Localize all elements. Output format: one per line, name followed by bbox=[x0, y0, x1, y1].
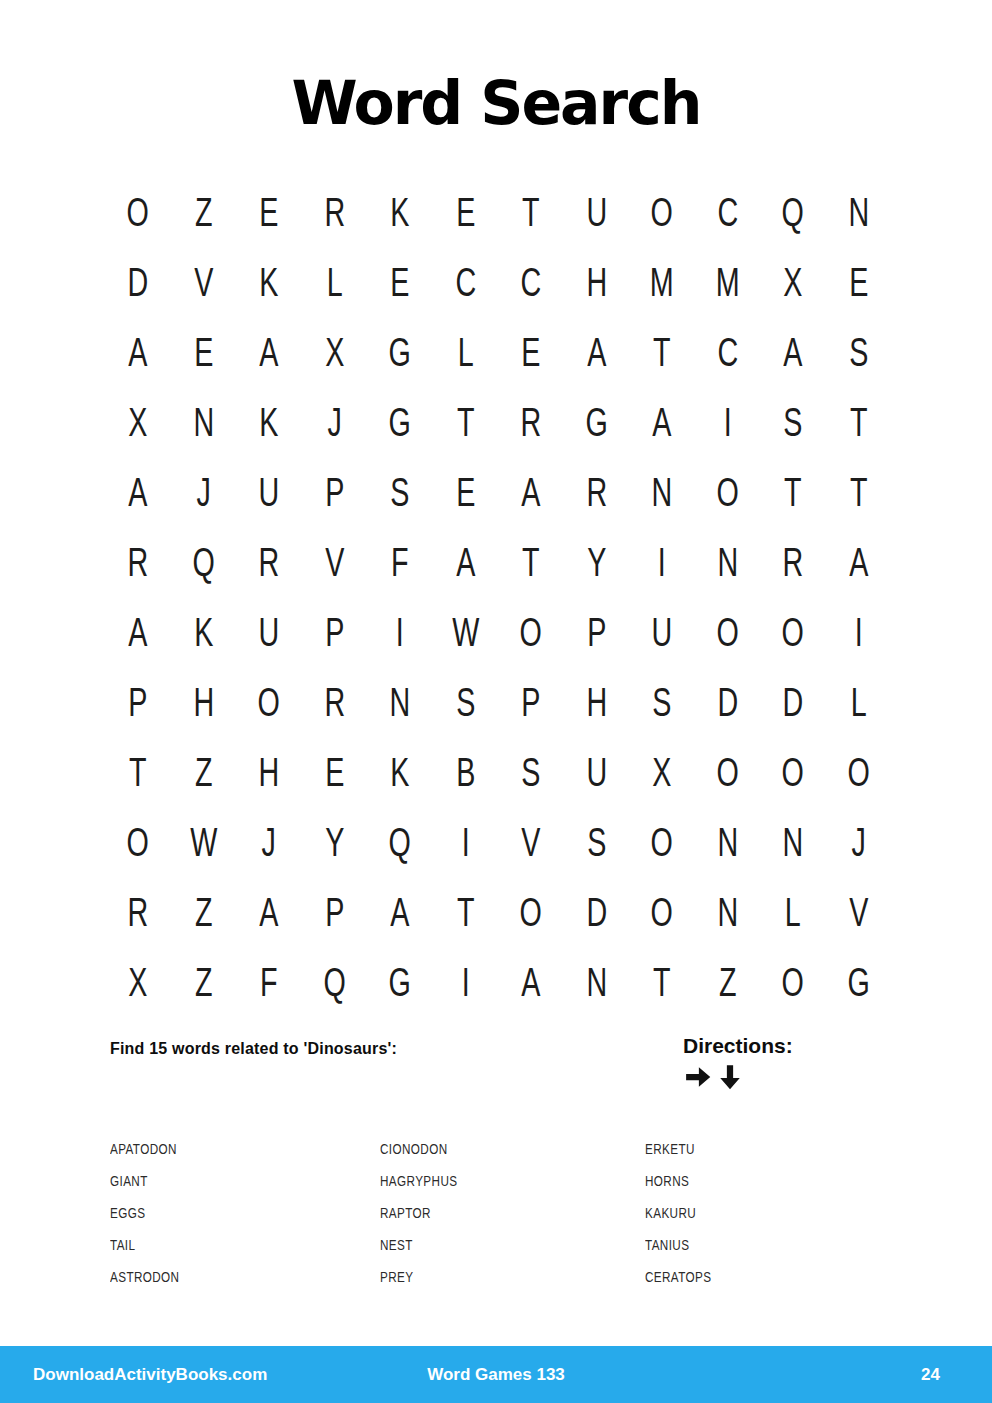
grid-cell[interactable]: T bbox=[115, 737, 161, 807]
right-arrow-icon bbox=[683, 1062, 713, 1092]
grid-cell[interactable]: T bbox=[639, 947, 685, 1017]
grid-cell[interactable]: J bbox=[180, 457, 226, 527]
grid-cell[interactable]: T bbox=[770, 457, 816, 527]
grid-cell[interactable]: E bbox=[508, 317, 554, 387]
grid-cell[interactable]: U bbox=[246, 457, 292, 527]
page-title: Word Search bbox=[0, 68, 992, 138]
grid-cell[interactable]: R bbox=[770, 527, 816, 597]
grid-cell[interactable]: L bbox=[311, 247, 357, 317]
grid-cell[interactable]: T bbox=[835, 457, 881, 527]
grid-cell[interactable]: O bbox=[115, 807, 161, 877]
grid-cell[interactable]: R bbox=[246, 527, 292, 597]
grid-cell[interactable]: P bbox=[115, 667, 161, 737]
word-list-column-2: CIONODON HAGRYPHUS RAPTOR NEST PREY bbox=[380, 1132, 479, 1292]
grid-cell[interactable]: E bbox=[180, 317, 226, 387]
grid-cell[interactable]: X bbox=[115, 947, 161, 1017]
grid-cell[interactable]: N bbox=[835, 177, 881, 247]
grid-cell[interactable]: O bbox=[704, 597, 750, 667]
find-words-instruction: Find 15 words related to 'Dinosaurs': bbox=[110, 1040, 397, 1058]
grid-cell[interactable]: U bbox=[573, 737, 619, 807]
grid-cell[interactable]: E bbox=[835, 247, 881, 317]
grid-cell[interactable]: C bbox=[704, 317, 750, 387]
grid-cell[interactable]: N bbox=[704, 807, 750, 877]
grid-cell[interactable]: A bbox=[835, 527, 881, 597]
down-arrow-icon bbox=[715, 1062, 745, 1092]
word-item: CERATOPS bbox=[645, 1260, 730, 1292]
grid-cell[interactable]: H bbox=[180, 667, 226, 737]
word-item: GIANT bbox=[110, 1164, 199, 1196]
grid-cell[interactable]: T bbox=[835, 387, 881, 457]
grid-cell[interactable]: V bbox=[180, 247, 226, 317]
word-item: ASTRODON bbox=[110, 1260, 199, 1292]
grid-cell[interactable]: V bbox=[835, 877, 881, 947]
grid-cell[interactable]: Q bbox=[770, 177, 816, 247]
grid-cell[interactable]: R bbox=[573, 457, 619, 527]
grid-cell[interactable]: T bbox=[639, 317, 685, 387]
grid-cell[interactable]: F bbox=[377, 527, 423, 597]
grid-cell[interactable]: O bbox=[704, 457, 750, 527]
directions-section: Directions: bbox=[683, 1034, 793, 1092]
grid-cell[interactable]: O bbox=[639, 807, 685, 877]
grid-cell[interactable]: J bbox=[246, 807, 292, 877]
grid-cell[interactable]: Y bbox=[573, 527, 619, 597]
grid-cell[interactable]: X bbox=[639, 737, 685, 807]
word-search-page: Word Search OZERKETUOCQNDVKLECCHMMXEAEAX… bbox=[0, 0, 992, 1403]
grid-cell[interactable]: E bbox=[377, 247, 423, 317]
grid-cell[interactable]: V bbox=[311, 527, 357, 597]
grid-cell[interactable]: U bbox=[573, 177, 619, 247]
grid-cell[interactable]: T bbox=[442, 877, 488, 947]
grid-cell[interactable]: B bbox=[442, 737, 488, 807]
grid-cell[interactable]: J bbox=[311, 387, 357, 457]
grid-cell[interactable]: R bbox=[311, 667, 357, 737]
grid-cell[interactable]: A bbox=[115, 317, 161, 387]
grid-cell[interactable]: E bbox=[246, 177, 292, 247]
grid-cell[interactable]: P bbox=[311, 457, 357, 527]
grid-cell[interactable]: K bbox=[377, 177, 423, 247]
grid-cell[interactable]: A bbox=[573, 317, 619, 387]
grid-cell[interactable]: Z bbox=[180, 947, 226, 1017]
grid-cell[interactable]: D bbox=[573, 877, 619, 947]
grid-cell[interactable]: X bbox=[311, 317, 357, 387]
grid-cell[interactable]: K bbox=[246, 387, 292, 457]
grid-cell[interactable]: M bbox=[704, 247, 750, 317]
grid-cell[interactable]: O bbox=[770, 947, 816, 1017]
grid-cell[interactable]: A bbox=[508, 947, 554, 1017]
grid-cell[interactable]: D bbox=[115, 247, 161, 317]
grid-cell[interactable]: O bbox=[508, 597, 554, 667]
grid-cell[interactable]: N bbox=[639, 457, 685, 527]
grid-cell[interactable]: A bbox=[639, 387, 685, 457]
grid-cell[interactable]: H bbox=[573, 247, 619, 317]
grid-cell[interactable]: I bbox=[835, 597, 881, 667]
grid-cell[interactable]: N bbox=[704, 527, 750, 597]
grid-cell[interactable]: P bbox=[311, 597, 357, 667]
grid-cell[interactable]: L bbox=[442, 317, 488, 387]
grid-cell[interactable]: G bbox=[377, 947, 423, 1017]
grid-cell[interactable]: I bbox=[442, 947, 488, 1017]
grid-cell[interactable]: P bbox=[311, 877, 357, 947]
grid-cell[interactable]: I bbox=[639, 527, 685, 597]
grid-cell[interactable]: U bbox=[246, 597, 292, 667]
word-list-column-3: ERKETU HORNS KAKURU TANIUS CERATOPS bbox=[645, 1132, 730, 1292]
grid-cell[interactable]: A bbox=[508, 457, 554, 527]
word-search-grid: OZERKETUOCQNDVKLECCHMMXEAEAXGLEATCASXNKJ… bbox=[105, 177, 891, 1017]
word-item: CIONODON bbox=[380, 1132, 479, 1164]
grid-cell[interactable]: O bbox=[639, 877, 685, 947]
grid-cell[interactable]: H bbox=[246, 737, 292, 807]
grid-cell[interactable]: A bbox=[246, 877, 292, 947]
grid-cell[interactable]: O bbox=[639, 177, 685, 247]
grid-cell[interactable]: O bbox=[835, 737, 881, 807]
grid-cell[interactable]: T bbox=[508, 177, 554, 247]
grid-cell[interactable]: R bbox=[115, 877, 161, 947]
grid-cell[interactable]: G bbox=[377, 387, 423, 457]
grid-cell[interactable]: I bbox=[704, 387, 750, 457]
grid-cell[interactable]: E bbox=[442, 177, 488, 247]
grid-cell[interactable]: D bbox=[770, 667, 816, 737]
word-item: TAIL bbox=[110, 1228, 199, 1260]
grid-cell[interactable]: Q bbox=[311, 947, 357, 1017]
word-item: HORNS bbox=[645, 1164, 730, 1196]
grid-cell[interactable]: O bbox=[704, 737, 750, 807]
grid-cell[interactable]: V bbox=[508, 807, 554, 877]
word-item: PREY bbox=[380, 1260, 479, 1292]
grid-cell[interactable]: C bbox=[442, 247, 488, 317]
grid-cell[interactable]: G bbox=[835, 947, 881, 1017]
word-item: NEST bbox=[380, 1228, 479, 1260]
grid-cell[interactable]: E bbox=[311, 737, 357, 807]
grid-cell[interactable]: N bbox=[704, 877, 750, 947]
grid-cell[interactable]: O bbox=[246, 667, 292, 737]
grid-cell[interactable]: U bbox=[639, 597, 685, 667]
grid-cell[interactable]: S bbox=[835, 317, 881, 387]
grid-cell[interactable]: A bbox=[770, 317, 816, 387]
word-item: EGGS bbox=[110, 1196, 199, 1228]
grid-cell[interactable]: A bbox=[115, 457, 161, 527]
grid-cell[interactable]: S bbox=[770, 387, 816, 457]
grid-cell[interactable]: Q bbox=[377, 807, 423, 877]
grid-cell[interactable]: N bbox=[180, 387, 226, 457]
grid-cell[interactable]: I bbox=[442, 807, 488, 877]
grid-cell[interactable]: Z bbox=[180, 177, 226, 247]
grid-cell[interactable]: G bbox=[573, 387, 619, 457]
word-item: TANIUS bbox=[645, 1228, 730, 1260]
grid-cell[interactable]: S bbox=[377, 457, 423, 527]
grid-cell[interactable]: S bbox=[573, 807, 619, 877]
grid-cell[interactable]: A bbox=[377, 877, 423, 947]
grid-cell[interactable]: Q bbox=[180, 527, 226, 597]
word-list-column-1: APATODON GIANT EGGS TAIL ASTRODON bbox=[110, 1132, 199, 1292]
word-item: HAGRYPHUS bbox=[380, 1164, 479, 1196]
footer-page-number: 24 bbox=[921, 1365, 940, 1385]
grid-cell[interactable]: X bbox=[115, 387, 161, 457]
grid-cell[interactable]: N bbox=[573, 947, 619, 1017]
grid-cell[interactable]: Z bbox=[180, 877, 226, 947]
grid-cell[interactable]: P bbox=[508, 667, 554, 737]
grid-cell[interactable]: K bbox=[180, 597, 226, 667]
grid-cell[interactable]: C bbox=[508, 247, 554, 317]
grid-cell[interactable]: I bbox=[377, 597, 423, 667]
grid-cell[interactable]: R bbox=[508, 387, 554, 457]
grid-cell[interactable]: W bbox=[180, 807, 226, 877]
grid-cell[interactable]: S bbox=[442, 667, 488, 737]
grid-cell[interactable]: R bbox=[311, 177, 357, 247]
footer-bar: DownloadActivityBooks.com Word Games 133… bbox=[0, 1346, 992, 1403]
grid-cell[interactable]: O bbox=[115, 177, 161, 247]
word-item: KAKURU bbox=[645, 1196, 730, 1228]
grid-cell[interactable]: F bbox=[246, 947, 292, 1017]
grid-cell[interactable]: G bbox=[377, 317, 423, 387]
grid-cell[interactable]: H bbox=[573, 667, 619, 737]
grid-cell[interactable]: O bbox=[508, 877, 554, 947]
grid-cell[interactable]: J bbox=[835, 807, 881, 877]
grid-cell[interactable]: P bbox=[573, 597, 619, 667]
grid-cell[interactable]: T bbox=[442, 387, 488, 457]
word-item: ERKETU bbox=[645, 1132, 730, 1164]
grid-cell[interactable]: D bbox=[704, 667, 750, 737]
grid-cell[interactable]: S bbox=[508, 737, 554, 807]
grid-cell[interactable]: N bbox=[377, 667, 423, 737]
directions-arrows bbox=[683, 1062, 793, 1092]
grid-cell[interactable]: Y bbox=[311, 807, 357, 877]
directions-label: Directions: bbox=[683, 1034, 793, 1058]
grid-cell[interactable]: A bbox=[442, 527, 488, 597]
grid-cell[interactable]: A bbox=[246, 317, 292, 387]
word-item: RAPTOR bbox=[380, 1196, 479, 1228]
grid-cell[interactable]: K bbox=[377, 737, 423, 807]
grid-cell[interactable]: O bbox=[770, 737, 816, 807]
grid-cell[interactable]: R bbox=[115, 527, 161, 597]
grid-cell[interactable]: L bbox=[770, 877, 816, 947]
grid-cell[interactable]: E bbox=[442, 457, 488, 527]
grid-cell[interactable]: M bbox=[639, 247, 685, 317]
grid-cell[interactable]: W bbox=[442, 597, 488, 667]
grid-cell[interactable]: Z bbox=[180, 737, 226, 807]
grid-cell[interactable]: Z bbox=[704, 947, 750, 1017]
grid-cell[interactable]: T bbox=[508, 527, 554, 597]
grid-cell[interactable]: N bbox=[770, 807, 816, 877]
grid-cell[interactable]: X bbox=[770, 247, 816, 317]
grid-cell[interactable]: A bbox=[115, 597, 161, 667]
grid-cell[interactable]: C bbox=[704, 177, 750, 247]
word-item: APATODON bbox=[110, 1132, 199, 1164]
grid-cell[interactable]: O bbox=[770, 597, 816, 667]
grid-cell[interactable]: K bbox=[246, 247, 292, 317]
grid-cell[interactable]: L bbox=[835, 667, 881, 737]
grid-cell[interactable]: S bbox=[639, 667, 685, 737]
footer-website-link[interactable]: DownloadActivityBooks.com bbox=[33, 1365, 267, 1385]
